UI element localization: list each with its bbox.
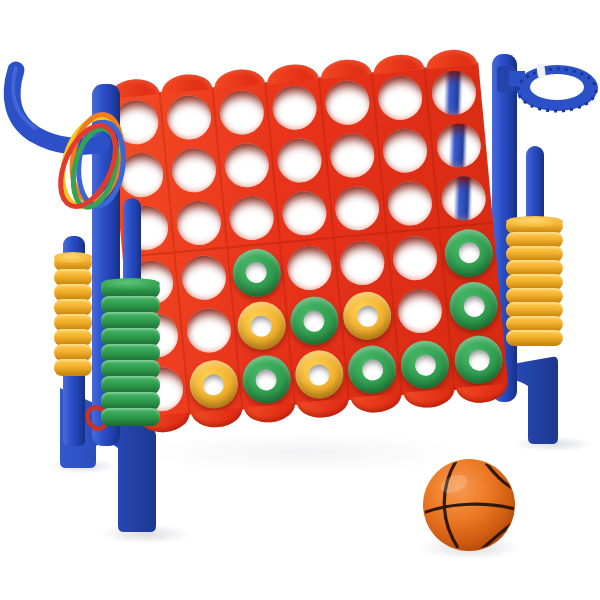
- cell-r6c7: [450, 331, 508, 389]
- yellow-disc-stack-left: [54, 252, 92, 376]
- empty-slot: [338, 239, 386, 287]
- cell-r5c4: [286, 292, 344, 350]
- green-disc: [288, 295, 340, 347]
- empty-slot: [228, 194, 276, 242]
- empty-slot: [276, 137, 324, 185]
- ring-toss-hook: [0, 48, 190, 228]
- bottom-scallop: [403, 388, 455, 410]
- yellow-disc-stack-right: [506, 216, 563, 346]
- empty-slot: [440, 175, 488, 223]
- empty-slot: [435, 122, 483, 170]
- cell-r4c3: [229, 243, 287, 301]
- empty-slot: [223, 142, 271, 190]
- cell-r5c6: [392, 282, 450, 340]
- bottom-scallop: [191, 408, 243, 430]
- cell-r6c4: [291, 345, 349, 403]
- cell-r4c5: [334, 234, 392, 292]
- green-disc: [240, 353, 292, 405]
- green-disc: [346, 344, 398, 396]
- cell-r5c5: [339, 287, 397, 345]
- empty-slot: [180, 254, 228, 302]
- empty-slot: [376, 74, 424, 122]
- empty-slot: [324, 79, 372, 127]
- cell-r2c5: [325, 127, 383, 185]
- yellow-stack-disc: [54, 359, 92, 376]
- stack-top-face: [101, 278, 160, 289]
- green-stack-disc: [101, 408, 160, 426]
- empty-slot: [396, 287, 444, 335]
- cell-r4c2: [176, 248, 234, 306]
- green-disc: [443, 227, 495, 279]
- empty-slot: [329, 132, 377, 180]
- cell-r1c5: [320, 73, 378, 131]
- cell-r3c4: [277, 185, 335, 243]
- cell-r2c6: [377, 122, 435, 180]
- empty-slot: [280, 189, 328, 237]
- product-photo-scene: [0, 0, 600, 600]
- cell-r2c3: [219, 137, 277, 195]
- empty-slot: [271, 84, 319, 132]
- cell-r6c2: [186, 355, 244, 413]
- cell-r2c4: [272, 132, 330, 190]
- cell-r5c7: [445, 277, 503, 335]
- cell-r6c3: [239, 350, 297, 408]
- green-disc: [448, 280, 500, 332]
- empty-slot: [286, 244, 334, 292]
- empty-slot: [381, 127, 429, 175]
- cell-r3c5: [329, 180, 387, 238]
- yellow-disc: [187, 358, 239, 410]
- green-disc: [230, 247, 282, 299]
- cell-r1c4: [267, 78, 325, 136]
- empty-slot: [185, 307, 233, 355]
- cell-r3c6: [382, 175, 440, 233]
- bottom-scallop: [350, 393, 402, 415]
- cell-r5c3: [234, 297, 292, 355]
- yellow-disc: [341, 290, 393, 342]
- yellow-disc: [293, 349, 345, 401]
- yellow-stack-disc: [506, 330, 563, 346]
- empty-slot: [333, 185, 381, 233]
- cell-r4c6: [387, 229, 445, 287]
- cell-r4c7: [440, 224, 498, 282]
- empty-slot: [386, 180, 434, 228]
- stack-top-face: [54, 252, 92, 263]
- bottom-scallop: [297, 398, 349, 420]
- basketball-hoop: [495, 50, 600, 122]
- empty-slot: [430, 69, 478, 117]
- cell-r1c7: [425, 64, 483, 122]
- cell-r2c7: [430, 117, 488, 175]
- empty-slot: [391, 234, 439, 282]
- cell-r6c6: [397, 336, 455, 394]
- ring-toss-rings: [49, 110, 131, 215]
- green-disc: [453, 334, 505, 386]
- cell-r3c7: [435, 170, 493, 228]
- green-disc-stack: [101, 278, 160, 426]
- green-disc: [399, 339, 451, 391]
- basketball: [422, 458, 516, 552]
- floor-shadow: [140, 432, 470, 474]
- cell-r3c3: [224, 190, 282, 248]
- cell-r5c2: [181, 302, 239, 360]
- cell-r1c3: [214, 83, 272, 141]
- stack-top-face: [506, 216, 563, 227]
- cell-r1c6: [372, 68, 430, 126]
- cell-r6c5: [344, 341, 402, 399]
- empty-slot: [218, 88, 266, 136]
- bottom-scallop: [244, 403, 296, 425]
- cell-r4c4: [282, 239, 340, 297]
- yellow-disc: [235, 300, 287, 352]
